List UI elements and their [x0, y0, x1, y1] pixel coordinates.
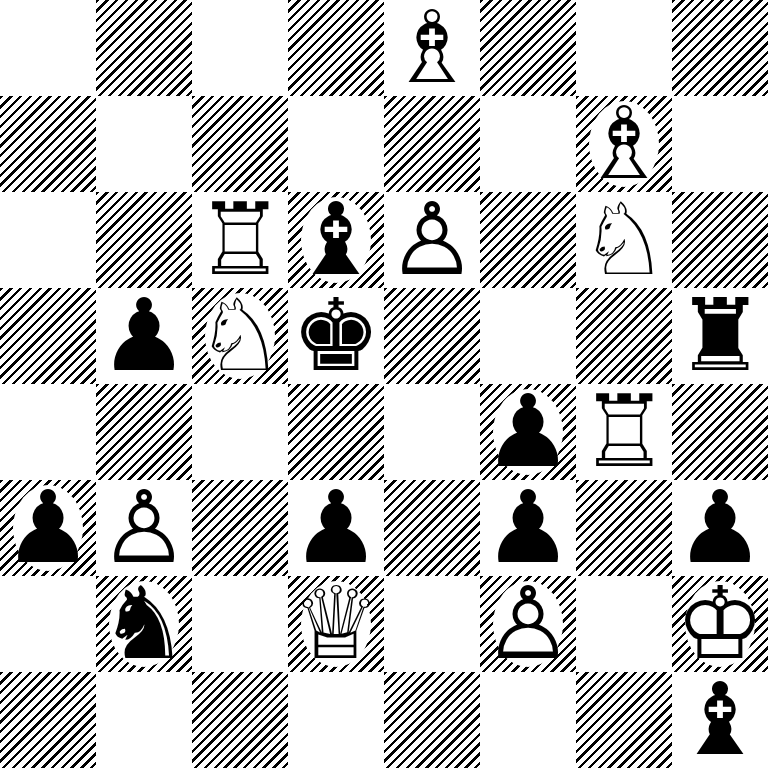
- black-pawn-h3: ♟: [672, 480, 768, 576]
- square-d8[interactable]: [288, 0, 384, 96]
- square-c8[interactable]: [192, 0, 288, 96]
- square-c4[interactable]: [192, 384, 288, 480]
- black-bishop-h1: ♝: [672, 672, 768, 768]
- square-c3[interactable]: [192, 480, 288, 576]
- black-pawn-b5: ♟: [96, 288, 192, 384]
- square-h1[interactable]: ♝: [672, 672, 768, 768]
- square-a8[interactable]: [0, 0, 96, 96]
- square-a3[interactable]: ♟: [0, 480, 96, 576]
- square-b7[interactable]: [96, 96, 192, 192]
- square-e5[interactable]: [384, 288, 480, 384]
- square-f8[interactable]: [480, 0, 576, 96]
- square-b6[interactable]: [96, 192, 192, 288]
- square-h4[interactable]: [672, 384, 768, 480]
- square-b1[interactable]: [96, 672, 192, 768]
- square-e8[interactable]: ♗: [384, 0, 480, 96]
- white-bishop-e8: ♗: [384, 0, 480, 96]
- square-a6[interactable]: [0, 192, 96, 288]
- square-e2[interactable]: [384, 576, 480, 672]
- square-h7[interactable]: [672, 96, 768, 192]
- square-e3[interactable]: [384, 480, 480, 576]
- black-pawn-d3: ♟: [288, 480, 384, 576]
- square-h2[interactable]: ♔: [672, 576, 768, 672]
- square-a1[interactable]: [0, 672, 96, 768]
- square-f4[interactable]: ♟: [480, 384, 576, 480]
- white-rook-c6: ♖: [192, 192, 288, 288]
- square-d3[interactable]: ♟: [288, 480, 384, 576]
- square-f1[interactable]: [480, 672, 576, 768]
- square-a2[interactable]: [0, 576, 96, 672]
- square-c5[interactable]: ♘: [192, 288, 288, 384]
- square-c1[interactable]: [192, 672, 288, 768]
- square-g4[interactable]: ♖: [576, 384, 672, 480]
- square-f5[interactable]: [480, 288, 576, 384]
- black-knight-b2: ♞: [96, 576, 192, 672]
- black-rook-h5: ♜: [672, 288, 768, 384]
- square-g6[interactable]: ♘: [576, 192, 672, 288]
- black-bishop-d6: ♝: [288, 192, 384, 288]
- white-queen-d2: ♕: [288, 576, 384, 672]
- black-king-d5: ♚: [288, 288, 384, 384]
- black-pawn-a3: ♟: [0, 480, 96, 576]
- square-b2[interactable]: ♞: [96, 576, 192, 672]
- square-f6[interactable]: [480, 192, 576, 288]
- white-pawn-f2: ♙: [480, 576, 576, 672]
- square-f2[interactable]: ♙: [480, 576, 576, 672]
- white-knight-g6: ♘: [576, 192, 672, 288]
- square-h6[interactable]: [672, 192, 768, 288]
- black-pawn-f4: ♟: [480, 384, 576, 480]
- square-g7[interactable]: ♗: [576, 96, 672, 192]
- square-g5[interactable]: [576, 288, 672, 384]
- square-a4[interactable]: [0, 384, 96, 480]
- square-c7[interactable]: [192, 96, 288, 192]
- square-e7[interactable]: [384, 96, 480, 192]
- black-pawn-f3: ♟: [480, 480, 576, 576]
- square-d5[interactable]: ♚: [288, 288, 384, 384]
- square-d4[interactable]: [288, 384, 384, 480]
- white-knight-c5: ♘: [192, 288, 288, 384]
- square-b5[interactable]: ♟: [96, 288, 192, 384]
- square-g3[interactable]: [576, 480, 672, 576]
- square-h3[interactable]: ♟: [672, 480, 768, 576]
- square-e6[interactable]: ♙: [384, 192, 480, 288]
- square-e4[interactable]: [384, 384, 480, 480]
- white-pawn-b3: ♙: [96, 480, 192, 576]
- square-e1[interactable]: [384, 672, 480, 768]
- white-rook-g4: ♖: [576, 384, 672, 480]
- square-d6[interactable]: ♝: [288, 192, 384, 288]
- white-bishop-g7: ♗: [576, 96, 672, 192]
- chess-board: ♗♗♖♝♙♘♟♘♚♜♟♖♟♙♟♟♟♞♕♙♔♝: [0, 0, 768, 768]
- square-f3[interactable]: ♟: [480, 480, 576, 576]
- square-g1[interactable]: [576, 672, 672, 768]
- square-b4[interactable]: [96, 384, 192, 480]
- square-g2[interactable]: [576, 576, 672, 672]
- square-d1[interactable]: [288, 672, 384, 768]
- square-b3[interactable]: ♙: [96, 480, 192, 576]
- square-h8[interactable]: [672, 0, 768, 96]
- square-g8[interactable]: [576, 0, 672, 96]
- white-pawn-e6: ♙: [384, 192, 480, 288]
- square-a7[interactable]: [0, 96, 96, 192]
- square-c6[interactable]: ♖: [192, 192, 288, 288]
- square-d2[interactable]: ♕: [288, 576, 384, 672]
- square-a5[interactable]: [0, 288, 96, 384]
- square-b8[interactable]: [96, 0, 192, 96]
- white-king-h2: ♔: [672, 576, 768, 672]
- square-c2[interactable]: [192, 576, 288, 672]
- square-f7[interactable]: [480, 96, 576, 192]
- square-d7[interactable]: [288, 96, 384, 192]
- square-h5[interactable]: ♜: [672, 288, 768, 384]
